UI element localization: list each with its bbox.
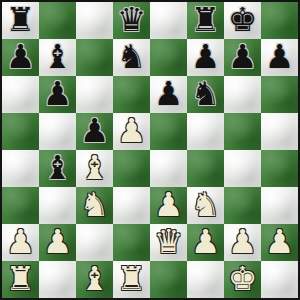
square-b2[interactable]: ♟ [39, 224, 76, 261]
black-pawn-piece: ♟ [228, 40, 258, 75]
square-f5[interactable] [187, 113, 224, 150]
square-e6[interactable]: ♟ [150, 76, 187, 113]
black-knight-piece: ♞ [191, 77, 221, 112]
black-pawn-piece: ♟ [6, 40, 36, 75]
square-g5[interactable] [224, 113, 261, 150]
white-bishop-piece: ♝ [80, 151, 110, 186]
square-b3[interactable] [39, 187, 76, 224]
square-b1[interactable] [39, 261, 76, 298]
square-a7[interactable]: ♟ [2, 39, 39, 76]
chess-board-window: ♜♛♜♚♟♝♞♟♟♟♟♟♞♟♟♝♝♞♟♞♟♟♛♟♟♟♜♝♜♚ [0, 0, 300, 300]
square-g3[interactable] [224, 187, 261, 224]
black-queen-piece: ♛ [117, 3, 147, 38]
square-a1[interactable]: ♜ [2, 261, 39, 298]
square-d5[interactable]: ♟ [113, 113, 150, 150]
square-h3[interactable] [261, 187, 298, 224]
square-g8[interactable]: ♚ [224, 2, 261, 39]
square-h4[interactable] [261, 150, 298, 187]
white-pawn-piece: ♟ [6, 225, 36, 260]
square-h8[interactable] [261, 2, 298, 39]
square-g1[interactable]: ♚ [224, 261, 261, 298]
square-g6[interactable] [224, 76, 261, 113]
black-knight-piece: ♞ [117, 40, 147, 75]
square-c3[interactable]: ♞ [76, 187, 113, 224]
square-c8[interactable] [76, 2, 113, 39]
white-bishop-piece: ♝ [80, 262, 110, 297]
black-rook-piece: ♜ [6, 3, 36, 38]
white-king-piece: ♚ [228, 262, 258, 297]
white-rook-piece: ♜ [117, 262, 147, 297]
black-bishop-piece: ♝ [43, 40, 73, 75]
square-e5[interactable] [150, 113, 187, 150]
square-g4[interactable] [224, 150, 261, 187]
square-f8[interactable]: ♜ [187, 2, 224, 39]
black-pawn-piece: ♟ [265, 40, 295, 75]
square-d7[interactable]: ♞ [113, 39, 150, 76]
square-d2[interactable] [113, 224, 150, 261]
square-f7[interactable]: ♟ [187, 39, 224, 76]
square-c1[interactable]: ♝ [76, 261, 113, 298]
square-e8[interactable] [150, 2, 187, 39]
chess-board: ♜♛♜♚♟♝♞♟♟♟♟♟♞♟♟♝♝♞♟♞♟♟♛♟♟♟♜♝♜♚ [0, 0, 300, 300]
white-pawn-piece: ♟ [265, 225, 295, 260]
white-queen-piece: ♛ [154, 225, 184, 260]
square-f6[interactable]: ♞ [187, 76, 224, 113]
black-rook-piece: ♜ [191, 3, 221, 38]
black-pawn-piece: ♟ [80, 114, 110, 149]
square-c2[interactable] [76, 224, 113, 261]
square-g2[interactable]: ♟ [224, 224, 261, 261]
square-b6[interactable]: ♟ [39, 76, 76, 113]
square-h6[interactable] [261, 76, 298, 113]
square-f1[interactable] [187, 261, 224, 298]
white-pawn-piece: ♟ [191, 225, 221, 260]
square-d4[interactable] [113, 150, 150, 187]
square-a6[interactable] [2, 76, 39, 113]
white-knight-piece: ♞ [80, 188, 110, 223]
white-pawn-piece: ♟ [117, 114, 147, 149]
square-a4[interactable] [2, 150, 39, 187]
square-d6[interactable] [113, 76, 150, 113]
square-e1[interactable] [150, 261, 187, 298]
square-f3[interactable]: ♞ [187, 187, 224, 224]
white-pawn-piece: ♟ [43, 225, 73, 260]
square-d8[interactable]: ♛ [113, 2, 150, 39]
square-c5[interactable]: ♟ [76, 113, 113, 150]
square-h7[interactable]: ♟ [261, 39, 298, 76]
white-knight-piece: ♞ [191, 188, 221, 223]
square-d1[interactable]: ♜ [113, 261, 150, 298]
black-pawn-piece: ♟ [191, 40, 221, 75]
square-a2[interactable]: ♟ [2, 224, 39, 261]
square-h5[interactable] [261, 113, 298, 150]
square-a8[interactable]: ♜ [2, 2, 39, 39]
square-c7[interactable] [76, 39, 113, 76]
square-c4[interactable]: ♝ [76, 150, 113, 187]
square-c6[interactable] [76, 76, 113, 113]
square-a5[interactable] [2, 113, 39, 150]
black-pawn-piece: ♟ [43, 77, 73, 112]
square-f2[interactable]: ♟ [187, 224, 224, 261]
white-pawn-piece: ♟ [228, 225, 258, 260]
white-rook-piece: ♜ [6, 262, 36, 297]
square-h1[interactable] [261, 261, 298, 298]
black-king-piece: ♚ [228, 3, 258, 38]
black-pawn-piece: ♟ [154, 77, 184, 112]
black-bishop-piece: ♝ [43, 151, 73, 186]
square-b5[interactable] [39, 113, 76, 150]
square-d3[interactable] [113, 187, 150, 224]
square-b8[interactable] [39, 2, 76, 39]
square-b4[interactable]: ♝ [39, 150, 76, 187]
square-a3[interactable] [2, 187, 39, 224]
square-f4[interactable] [187, 150, 224, 187]
square-e7[interactable] [150, 39, 187, 76]
square-e2[interactable]: ♛ [150, 224, 187, 261]
white-pawn-piece: ♟ [154, 188, 184, 223]
square-h2[interactable]: ♟ [261, 224, 298, 261]
square-e3[interactable]: ♟ [150, 187, 187, 224]
square-g7[interactable]: ♟ [224, 39, 261, 76]
square-b7[interactable]: ♝ [39, 39, 76, 76]
square-e4[interactable] [150, 150, 187, 187]
